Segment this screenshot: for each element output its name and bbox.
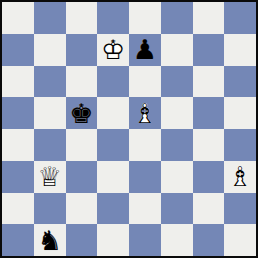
square-h8[interactable]: [224, 2, 256, 34]
square-d3[interactable]: [97, 161, 129, 193]
white-queen[interactable]: ♛♕: [34, 161, 66, 193]
square-h2[interactable]: [224, 193, 256, 225]
square-e3[interactable]: [129, 161, 161, 193]
square-b1[interactable]: ♞♞: [34, 224, 66, 256]
white-king-outline: ♔: [101, 36, 125, 63]
square-d6[interactable]: [97, 66, 129, 98]
black-knight[interactable]: ♞♞: [34, 224, 66, 256]
square-b6[interactable]: [34, 66, 66, 98]
white-king[interactable]: ♚♔: [97, 34, 129, 66]
chess-board: ♚♔♟♟♚♚♝♗♛♕♝♗♞♞: [2, 2, 256, 256]
square-d7[interactable]: ♚♔: [97, 34, 129, 66]
white-bishop-outline: ♗: [133, 100, 157, 127]
square-d5[interactable]: [97, 97, 129, 129]
square-f5[interactable]: [161, 97, 193, 129]
square-f8[interactable]: [161, 2, 193, 34]
square-d8[interactable]: [97, 2, 129, 34]
black-king[interactable]: ♚♚: [66, 97, 98, 129]
square-g5[interactable]: [193, 97, 225, 129]
square-c8[interactable]: [66, 2, 98, 34]
square-b4[interactable]: [34, 129, 66, 161]
white-bishop-outline: ♗: [228, 163, 252, 190]
square-c3[interactable]: [66, 161, 98, 193]
square-c7[interactable]: [66, 34, 98, 66]
square-a5[interactable]: [2, 97, 34, 129]
square-b8[interactable]: [34, 2, 66, 34]
square-h3[interactable]: ♝♗: [224, 161, 256, 193]
black-pawn[interactable]: ♟♟: [129, 34, 161, 66]
chess-board-frame: ♚♔♟♟♚♚♝♗♛♕♝♗♞♞: [0, 0, 258, 258]
square-h4[interactable]: [224, 129, 256, 161]
square-a2[interactable]: [2, 193, 34, 225]
square-h6[interactable]: [224, 66, 256, 98]
square-d4[interactable]: [97, 129, 129, 161]
square-f2[interactable]: [161, 193, 193, 225]
square-e6[interactable]: [129, 66, 161, 98]
black-knight-outline: ♞: [38, 227, 62, 254]
square-g3[interactable]: [193, 161, 225, 193]
square-g8[interactable]: [193, 2, 225, 34]
square-b5[interactable]: [34, 97, 66, 129]
square-h7[interactable]: [224, 34, 256, 66]
square-a3[interactable]: [2, 161, 34, 193]
square-e1[interactable]: [129, 224, 161, 256]
square-e7[interactable]: ♟♟: [129, 34, 161, 66]
square-f7[interactable]: [161, 34, 193, 66]
black-pawn-outline: ♟: [133, 36, 157, 63]
square-d1[interactable]: [97, 224, 129, 256]
square-f3[interactable]: [161, 161, 193, 193]
square-d2[interactable]: [97, 193, 129, 225]
white-bishop[interactable]: ♝♗: [224, 161, 256, 193]
square-c2[interactable]: [66, 193, 98, 225]
square-f1[interactable]: [161, 224, 193, 256]
white-queen-outline: ♕: [38, 163, 62, 190]
square-a8[interactable]: [2, 2, 34, 34]
square-e5[interactable]: ♝♗: [129, 97, 161, 129]
square-a6[interactable]: [2, 66, 34, 98]
black-king-outline: ♚: [69, 100, 93, 127]
square-e4[interactable]: [129, 129, 161, 161]
square-a4[interactable]: [2, 129, 34, 161]
square-g7[interactable]: [193, 34, 225, 66]
square-h5[interactable]: [224, 97, 256, 129]
square-c5[interactable]: ♚♚: [66, 97, 98, 129]
square-g1[interactable]: [193, 224, 225, 256]
square-a1[interactable]: [2, 224, 34, 256]
square-c1[interactable]: [66, 224, 98, 256]
square-f4[interactable]: [161, 129, 193, 161]
square-g4[interactable]: [193, 129, 225, 161]
square-f6[interactable]: [161, 66, 193, 98]
square-b2[interactable]: [34, 193, 66, 225]
square-b7[interactable]: [34, 34, 66, 66]
square-e2[interactable]: [129, 193, 161, 225]
square-c4[interactable]: [66, 129, 98, 161]
square-g2[interactable]: [193, 193, 225, 225]
square-c6[interactable]: [66, 66, 98, 98]
square-h1[interactable]: [224, 224, 256, 256]
white-bishop[interactable]: ♝♗: [129, 97, 161, 129]
square-b3[interactable]: ♛♕: [34, 161, 66, 193]
square-g6[interactable]: [193, 66, 225, 98]
square-a7[interactable]: [2, 34, 34, 66]
square-e8[interactable]: [129, 2, 161, 34]
